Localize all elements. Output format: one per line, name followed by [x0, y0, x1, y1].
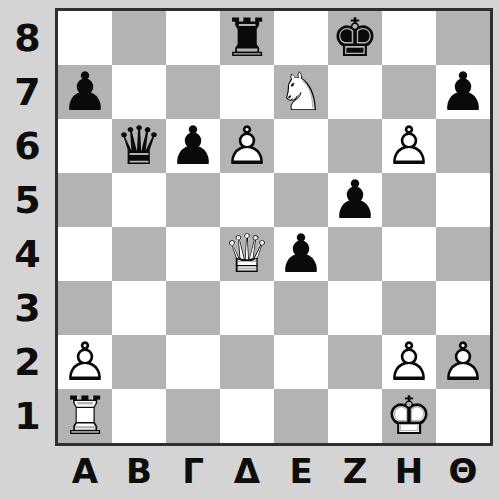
white-knight[interactable]: ♞♘	[274, 65, 328, 119]
file-label-Β: Β	[112, 446, 166, 496]
square-e5[interactable]	[274, 173, 328, 227]
square-e2[interactable]	[274, 335, 328, 389]
square-g5[interactable]	[382, 173, 436, 227]
square-c5[interactable]	[166, 173, 220, 227]
square-b3[interactable]	[112, 281, 166, 335]
square-f2[interactable]	[328, 335, 382, 389]
white-pawn[interactable]: ♟♙	[220, 119, 274, 173]
square-g7[interactable]	[382, 65, 436, 119]
square-f1[interactable]	[328, 389, 382, 443]
square-h8[interactable]	[436, 11, 490, 65]
square-b4[interactable]	[112, 227, 166, 281]
piece-outline: ♘	[274, 65, 328, 119]
black-king[interactable]: ♚	[328, 11, 382, 65]
rank-label-8: 8	[0, 11, 55, 65]
square-d7[interactable]	[220, 65, 274, 119]
square-f4[interactable]	[328, 227, 382, 281]
square-g3[interactable]	[382, 281, 436, 335]
file-label-Θ: Θ	[436, 446, 490, 496]
chess-board: ♜♚♟♞♘♟♛♟♟♙♟♙♟♛♕♟♟♙♟♙♟♙♜♖♚♔	[55, 8, 493, 446]
black-pawn[interactable]: ♟	[436, 65, 490, 119]
square-e8[interactable]	[274, 11, 328, 65]
chess-diagram: ♜♚♟♞♘♟♛♟♟♙♟♙♟♛♕♟♟♙♟♙♟♙♜♖♚♔ 87654321 ΑΒΓΔ…	[0, 0, 500, 500]
square-g4[interactable]	[382, 227, 436, 281]
black-rook[interactable]: ♜	[220, 11, 274, 65]
piece-outline: ♙	[382, 335, 436, 389]
white-pawn[interactable]: ♟♙	[382, 119, 436, 173]
white-king[interactable]: ♚♔	[382, 389, 436, 443]
square-h4[interactable]	[436, 227, 490, 281]
square-c8[interactable]	[166, 11, 220, 65]
square-a2[interactable]: ♟♙	[58, 335, 112, 389]
square-d1[interactable]	[220, 389, 274, 443]
piece-outline: ♕	[220, 227, 274, 281]
square-c1[interactable]	[166, 389, 220, 443]
square-b6[interactable]: ♛	[112, 119, 166, 173]
square-a8[interactable]	[58, 11, 112, 65]
rank-label-5: 5	[0, 173, 55, 227]
square-c7[interactable]	[166, 65, 220, 119]
square-c4[interactable]	[166, 227, 220, 281]
white-pawn[interactable]: ♟♙	[436, 335, 490, 389]
square-a6[interactable]	[58, 119, 112, 173]
white-rook[interactable]: ♜♖	[58, 389, 112, 443]
square-b5[interactable]	[112, 173, 166, 227]
square-g6[interactable]: ♟♙	[382, 119, 436, 173]
black-pawn[interactable]: ♟	[58, 65, 112, 119]
square-g2[interactable]: ♟♙	[382, 335, 436, 389]
piece-outline: ♙	[436, 335, 490, 389]
square-h6[interactable]	[436, 119, 490, 173]
square-e3[interactable]	[274, 281, 328, 335]
square-f5[interactable]: ♟	[328, 173, 382, 227]
black-pawn[interactable]: ♟	[166, 119, 220, 173]
square-a1[interactable]: ♜♖	[58, 389, 112, 443]
rank-label-6: 6	[0, 119, 55, 173]
square-a3[interactable]	[58, 281, 112, 335]
square-d8[interactable]: ♜	[220, 11, 274, 65]
rank-label-1: 1	[0, 389, 55, 443]
square-a5[interactable]	[58, 173, 112, 227]
square-e6[interactable]	[274, 119, 328, 173]
square-d2[interactable]	[220, 335, 274, 389]
square-b7[interactable]	[112, 65, 166, 119]
square-g1[interactable]: ♚♔	[382, 389, 436, 443]
square-e7[interactable]: ♞♘	[274, 65, 328, 119]
square-d3[interactable]	[220, 281, 274, 335]
file-label-Δ: Δ	[220, 446, 274, 496]
file-label-Α: Α	[58, 446, 112, 496]
square-b1[interactable]	[112, 389, 166, 443]
white-queen[interactable]: ♛♕	[220, 227, 274, 281]
rank-label-7: 7	[0, 65, 55, 119]
white-pawn[interactable]: ♟♙	[382, 335, 436, 389]
square-c2[interactable]	[166, 335, 220, 389]
square-f3[interactable]	[328, 281, 382, 335]
black-pawn[interactable]: ♟	[274, 227, 328, 281]
piece-outline: ♙	[58, 335, 112, 389]
square-e1[interactable]	[274, 389, 328, 443]
square-c3[interactable]	[166, 281, 220, 335]
square-d6[interactable]: ♟♙	[220, 119, 274, 173]
file-label-Ε: Ε	[274, 446, 328, 496]
square-b8[interactable]	[112, 11, 166, 65]
square-b2[interactable]	[112, 335, 166, 389]
square-f7[interactable]	[328, 65, 382, 119]
square-e4[interactable]: ♟	[274, 227, 328, 281]
white-pawn[interactable]: ♟♙	[58, 335, 112, 389]
square-h2[interactable]: ♟♙	[436, 335, 490, 389]
square-g8[interactable]	[382, 11, 436, 65]
square-h3[interactable]	[436, 281, 490, 335]
rank-label-2: 2	[0, 335, 55, 389]
file-label-Η: Η	[382, 446, 436, 496]
rank-label-3: 3	[0, 281, 55, 335]
rank-label-4: 4	[0, 227, 55, 281]
square-a4[interactable]	[58, 227, 112, 281]
black-pawn[interactable]: ♟	[328, 173, 382, 227]
file-label-Γ: Γ	[166, 446, 220, 496]
square-f8[interactable]: ♚	[328, 11, 382, 65]
piece-outline: ♙	[382, 119, 436, 173]
square-f6[interactable]	[328, 119, 382, 173]
piece-outline: ♖	[58, 389, 112, 443]
square-d4[interactable]: ♛♕	[220, 227, 274, 281]
piece-outline: ♙	[220, 119, 274, 173]
square-h5[interactable]	[436, 173, 490, 227]
square-h1[interactable]	[436, 389, 490, 443]
piece-outline: ♔	[382, 389, 436, 443]
file-label-Ζ: Ζ	[328, 446, 382, 496]
square-h7[interactable]: ♟	[436, 65, 490, 119]
black-queen[interactable]: ♛	[112, 119, 166, 173]
square-a7[interactable]: ♟	[58, 65, 112, 119]
square-d5[interactable]	[220, 173, 274, 227]
square-c6[interactable]: ♟	[166, 119, 220, 173]
